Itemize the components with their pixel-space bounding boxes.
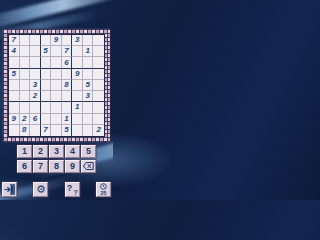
exit-door-icon <box>4 184 15 195</box>
cell-r7c5[interactable] <box>51 102 62 113</box>
cell-r2c2[interactable] <box>20 46 31 57</box>
keypad-row-2: 6 7 8 9 <box>17 160 96 173</box>
cell-r4c5[interactable] <box>51 69 62 80</box>
cell-r3c6[interactable]: 6 <box>62 57 73 68</box>
cell-r8c2[interactable]: 2 <box>20 114 31 125</box>
cell-r6c1[interactable] <box>9 91 20 102</box>
hints-counter-button[interactable]: 25 <box>96 182 111 197</box>
cell-r1c4[interactable] <box>41 35 52 46</box>
cell-r3c1[interactable] <box>9 57 20 68</box>
cell-r3c8[interactable] <box>83 57 94 68</box>
cell-r8c7[interactable] <box>72 114 83 125</box>
cell-r9c6[interactable]: 5 <box>62 125 73 136</box>
cell-r2c7[interactable] <box>72 46 83 57</box>
cell-r4c2[interactable] <box>20 69 31 80</box>
key-6[interactable]: 6 <box>17 160 32 173</box>
cell-r7c1[interactable] <box>9 102 20 113</box>
cell-r1c7[interactable]: 3 <box>72 35 83 46</box>
clock-icon <box>100 183 107 190</box>
cell-r1c5[interactable]: 9 <box>51 35 62 46</box>
cell-r4c7[interactable]: 9 <box>72 69 83 80</box>
hints-count-label: 25 <box>100 191 106 197</box>
cell-r5c8[interactable]: 5 <box>83 80 94 91</box>
cell-r5c9[interactable] <box>93 80 104 91</box>
key-1[interactable]: 1 <box>17 145 32 158</box>
cell-r6c2[interactable] <box>20 91 31 102</box>
cell-r6c4[interactable] <box>41 91 52 102</box>
cell-r4c4[interactable] <box>41 69 52 80</box>
cell-r2c5[interactable] <box>51 46 62 57</box>
cell-r5c3[interactable]: 3 <box>30 80 41 91</box>
cell-r6c9[interactable] <box>93 91 104 102</box>
cell-r4c1[interactable]: 5 <box>9 69 20 80</box>
cell-r3c7[interactable] <box>72 57 83 68</box>
cell-r2c9[interactable] <box>93 46 104 57</box>
cell-r7c3[interactable] <box>30 102 41 113</box>
cell-r5c5[interactable] <box>51 80 62 91</box>
cell-r8c6[interactable]: 1 <box>62 114 73 125</box>
cell-r8c9[interactable] <box>93 114 104 125</box>
cell-r8c1[interactable]: 9 <box>9 114 20 125</box>
cell-r1c8[interactable] <box>83 35 94 46</box>
cell-r1c3[interactable] <box>30 35 41 46</box>
backspace-icon <box>83 162 94 172</box>
cell-r9c5[interactable] <box>51 125 62 136</box>
cell-r7c8[interactable] <box>83 102 94 113</box>
cell-r7c6[interactable] <box>62 102 73 113</box>
cell-r5c1[interactable] <box>9 80 20 91</box>
cell-r9c8[interactable] <box>83 125 94 136</box>
cell-r6c5[interactable] <box>51 91 62 102</box>
cell-r4c9[interactable] <box>93 69 104 80</box>
cell-r2c6[interactable]: 7 <box>62 46 73 57</box>
cell-r7c9[interactable] <box>93 102 104 113</box>
cell-r6c7[interactable] <box>72 91 83 102</box>
exit-button[interactable] <box>2 182 17 197</box>
cell-r1c2[interactable] <box>20 35 31 46</box>
bottom-toolbar: ⚙ ? ? 25 <box>0 182 113 197</box>
cell-r1c6[interactable] <box>62 35 73 46</box>
sudoku-board-frame: 793457165938523192618752 <box>3 29 110 142</box>
number-keypad: 1 2 3 4 5 6 7 8 9 <box>0 145 113 173</box>
cell-r9c4[interactable]: 7 <box>41 125 52 136</box>
key-3[interactable]: 3 <box>49 145 64 158</box>
cell-r1c1[interactable]: 7 <box>9 35 20 46</box>
key-5[interactable]: 5 <box>81 145 96 158</box>
cell-r5c6[interactable]: 8 <box>62 80 73 91</box>
hint-button[interactable]: ? ? <box>65 182 80 197</box>
cell-r3c2[interactable] <box>20 57 31 68</box>
cell-r9c9[interactable]: 2 <box>93 125 104 136</box>
cell-r6c3[interactable]: 2 <box>30 91 41 102</box>
cell-r9c7[interactable] <box>72 125 83 136</box>
cell-r7c2[interactable] <box>20 102 31 113</box>
background-streak <box>0 0 113 32</box>
cell-r9c3[interactable] <box>30 125 41 136</box>
key-4[interactable]: 4 <box>65 145 80 158</box>
cell-r5c2[interactable] <box>20 80 31 91</box>
cell-r3c5[interactable] <box>51 57 62 68</box>
cell-r8c5[interactable] <box>51 114 62 125</box>
cell-r6c8[interactable]: 3 <box>83 91 94 102</box>
cell-r2c4[interactable]: 5 <box>41 46 52 57</box>
key-2[interactable]: 2 <box>33 145 48 158</box>
cell-r1c9[interactable] <box>93 35 104 46</box>
cell-r2c3[interactable] <box>30 46 41 57</box>
cell-r2c1[interactable]: 4 <box>9 46 20 57</box>
key-8[interactable]: 8 <box>49 160 64 173</box>
cell-r3c4[interactable] <box>41 57 52 68</box>
cell-r8c4[interactable] <box>41 114 52 125</box>
double-question-icon: ? ? <box>67 184 78 195</box>
cell-r2c8[interactable]: 1 <box>83 46 94 57</box>
cell-r3c3[interactable] <box>30 57 41 68</box>
settings-button[interactable]: ⚙ <box>33 182 48 197</box>
sudoku-app-screen: { "game": "Sudoku", "position": "7...9.3… <box>0 0 113 200</box>
cell-r8c8[interactable] <box>83 114 94 125</box>
cell-r5c4[interactable] <box>41 80 52 91</box>
cell-r6c6[interactable] <box>62 91 73 102</box>
gear-icon: ⚙ <box>36 184 46 195</box>
sudoku-grid[interactable]: 793457165938523192618752 <box>8 34 105 137</box>
cell-r9c2[interactable]: 8 <box>20 125 31 136</box>
cell-r4c3[interactable] <box>30 69 41 80</box>
cell-r7c4[interactable] <box>41 102 52 113</box>
cell-r3c9[interactable] <box>93 57 104 68</box>
cell-r8c3[interactable]: 6 <box>30 114 41 125</box>
keypad-row-1: 1 2 3 4 5 <box>17 145 96 158</box>
cell-r5c7[interactable] <box>72 80 83 91</box>
cell-r7c7[interactable]: 1 <box>72 102 83 113</box>
erase-button[interactable] <box>81 160 96 173</box>
key-9[interactable]: 9 <box>65 160 80 173</box>
cell-r4c6[interactable] <box>62 69 73 80</box>
key-7[interactable]: 7 <box>33 160 48 173</box>
cell-r4c8[interactable] <box>83 69 94 80</box>
cell-r9c1[interactable] <box>9 125 20 136</box>
